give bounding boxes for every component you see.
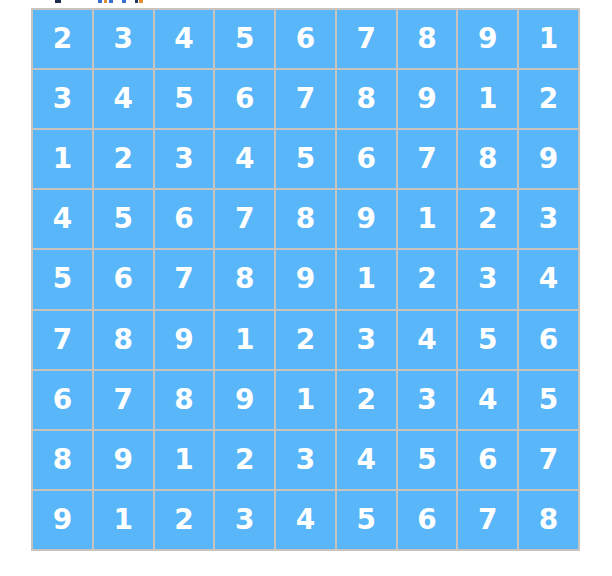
grid-cell-r8c3[interactable]: 1 — [155, 431, 214, 489]
grid-cell-r1c6[interactable]: 7 — [337, 10, 396, 68]
grid-cell-r9c2[interactable]: 1 — [94, 491, 153, 549]
grid-cell-r5c4[interactable]: 8 — [215, 250, 274, 308]
grid-cell-r7c6[interactable]: 2 — [337, 371, 396, 429]
clipped-text-fragment-mark — [109, 0, 113, 3]
grid-cell-r6c7[interactable]: 4 — [398, 311, 457, 369]
grid-cell-r6c4[interactable]: 1 — [215, 311, 274, 369]
grid-cell-r6c2[interactable]: 8 — [94, 311, 153, 369]
grid-cell-r9c1[interactable]: 9 — [33, 491, 92, 549]
grid-cell-r1c3[interactable]: 4 — [155, 10, 214, 68]
grid-cell-r3c4[interactable]: 4 — [215, 130, 274, 188]
grid-cell-r4c2[interactable]: 5 — [94, 190, 153, 248]
grid-cell-r2c5[interactable]: 7 — [276, 70, 335, 128]
grid-cell-r2c3[interactable]: 5 — [155, 70, 214, 128]
grid-cell-r3c1[interactable]: 1 — [33, 130, 92, 188]
grid-cell-r3c3[interactable]: 3 — [155, 130, 214, 188]
grid-cell-r4c8[interactable]: 2 — [458, 190, 517, 248]
grid-cell-r5c6[interactable]: 1 — [337, 250, 396, 308]
grid-cell-r3c5[interactable]: 5 — [276, 130, 335, 188]
clipped-text-fragment-mark — [104, 0, 107, 3]
grid-cell-r9c8[interactable]: 7 — [458, 491, 517, 549]
grid-cell-r4c5[interactable]: 8 — [276, 190, 335, 248]
grid-cell-r7c2[interactable]: 7 — [94, 371, 153, 429]
grid-cell-r2c4[interactable]: 6 — [215, 70, 274, 128]
clipped-text-fragment-mark — [122, 0, 126, 3]
grid-cell-r7c8[interactable]: 4 — [458, 371, 517, 429]
grid-cell-r8c5[interactable]: 3 — [276, 431, 335, 489]
grid-cell-r8c2[interactable]: 9 — [94, 431, 153, 489]
clipped-text-fragment-mark — [98, 0, 102, 3]
grid-cell-r9c6[interactable]: 5 — [337, 491, 396, 549]
grid-cell-r5c7[interactable]: 2 — [398, 250, 457, 308]
grid-cell-r2c9[interactable]: 2 — [519, 70, 578, 128]
clipped-text-fragment-mark — [135, 0, 138, 3]
grid-cell-r8c4[interactable]: 2 — [215, 431, 274, 489]
grid-cell-r4c7[interactable]: 1 — [398, 190, 457, 248]
clipped-text-fragment-mark — [55, 0, 61, 3]
grid-cell-r1c5[interactable]: 6 — [276, 10, 335, 68]
grid-cell-r4c9[interactable]: 3 — [519, 190, 578, 248]
grid-cell-r9c4[interactable]: 3 — [215, 491, 274, 549]
grid-cell-r9c5[interactable]: 4 — [276, 491, 335, 549]
grid-cell-r3c8[interactable]: 8 — [458, 130, 517, 188]
grid-cell-r5c3[interactable]: 7 — [155, 250, 214, 308]
grid-cell-r2c6[interactable]: 8 — [337, 70, 396, 128]
grid-cell-r8c8[interactable]: 6 — [458, 431, 517, 489]
grid-cell-r4c1[interactable]: 4 — [33, 190, 92, 248]
grid-cell-r7c5[interactable]: 1 — [276, 371, 335, 429]
grid-cell-r1c7[interactable]: 8 — [398, 10, 457, 68]
grid-cell-r5c1[interactable]: 5 — [33, 250, 92, 308]
grid-cell-r9c7[interactable]: 6 — [398, 491, 457, 549]
grid-cell-r5c2[interactable]: 6 — [94, 250, 153, 308]
grid-cell-r6c3[interactable]: 9 — [155, 311, 214, 369]
grid-cell-r4c6[interactable]: 9 — [337, 190, 396, 248]
grid-cell-r2c8[interactable]: 1 — [458, 70, 517, 128]
grid-cell-r6c6[interactable]: 3 — [337, 311, 396, 369]
grid-cell-r2c1[interactable]: 3 — [33, 70, 92, 128]
grid-cell-r3c7[interactable]: 7 — [398, 130, 457, 188]
grid-cell-r2c7[interactable]: 9 — [398, 70, 457, 128]
grid-cell-r7c4[interactable]: 9 — [215, 371, 274, 429]
grid-cell-r8c9[interactable]: 7 — [519, 431, 578, 489]
clipped-text-fragment-mark — [139, 0, 143, 3]
grid-cell-r5c5[interactable]: 9 — [276, 250, 335, 308]
grid-cell-r4c4[interactable]: 7 — [215, 190, 274, 248]
grid-cell-r2c2[interactable]: 4 — [94, 70, 153, 128]
grid-cell-r8c6[interactable]: 4 — [337, 431, 396, 489]
grid-cell-r1c2[interactable]: 3 — [94, 10, 153, 68]
number-grid: 2345678913456789121234567894567891235678… — [31, 8, 580, 551]
grid-cell-r6c9[interactable]: 6 — [519, 311, 578, 369]
grid-cell-r1c4[interactable]: 5 — [215, 10, 274, 68]
grid-cell-r9c9[interactable]: 8 — [519, 491, 578, 549]
grid-cell-r5c8[interactable]: 3 — [458, 250, 517, 308]
grid-cell-r7c9[interactable]: 5 — [519, 371, 578, 429]
grid-cell-r3c9[interactable]: 9 — [519, 130, 578, 188]
page: { "game": "sudoku-style 9x9 filled numbe… — [0, 0, 612, 576]
grid-cell-r9c3[interactable]: 2 — [155, 491, 214, 549]
grid-cell-r8c7[interactable]: 5 — [398, 431, 457, 489]
grid-cell-r5c9[interactable]: 4 — [519, 250, 578, 308]
grid-cell-r3c6[interactable]: 6 — [337, 130, 396, 188]
grid-cell-r7c3[interactable]: 8 — [155, 371, 214, 429]
grid-cell-r8c1[interactable]: 8 — [33, 431, 92, 489]
grid-cell-r4c3[interactable]: 6 — [155, 190, 214, 248]
grid-cell-r6c8[interactable]: 5 — [458, 311, 517, 369]
grid-cell-r3c2[interactable]: 2 — [94, 130, 153, 188]
grid-cell-r7c7[interactable]: 3 — [398, 371, 457, 429]
grid-cell-r7c1[interactable]: 6 — [33, 371, 92, 429]
grid-cell-r6c1[interactable]: 7 — [33, 311, 92, 369]
grid-cell-r1c1[interactable]: 2 — [33, 10, 92, 68]
grid-cell-r6c5[interactable]: 2 — [276, 311, 335, 369]
grid-cell-r1c8[interactable]: 9 — [458, 10, 517, 68]
grid-cell-r1c9[interactable]: 1 — [519, 10, 578, 68]
